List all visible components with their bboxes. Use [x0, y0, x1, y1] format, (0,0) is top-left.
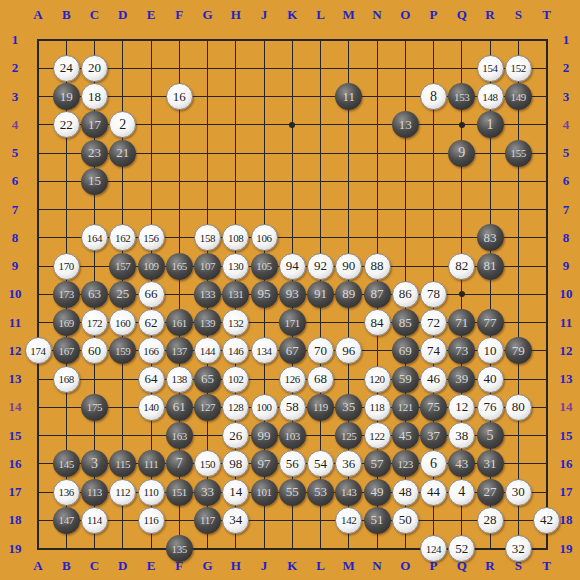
- stone-black-R15: 5: [477, 422, 504, 449]
- coord-bottom-N: N: [364, 558, 390, 574]
- stone-black-N10: 87: [364, 281, 391, 308]
- star-point-Q4: [459, 122, 465, 128]
- stone-white-P3: 8: [420, 83, 447, 110]
- stone-white-Q17: 4: [448, 479, 475, 506]
- stone-white-H9: 130: [222, 253, 249, 280]
- stone-black-F14: 61: [166, 394, 193, 421]
- coord-bottom-L: L: [308, 558, 334, 574]
- stone-white-E12: 166: [138, 337, 165, 364]
- stone-black-B10: 173: [53, 281, 80, 308]
- stone-black-J10: 95: [251, 281, 278, 308]
- stone-white-K14: 58: [279, 394, 306, 421]
- coord-right-3: 3: [553, 89, 579, 105]
- stone-white-C11: 172: [81, 309, 108, 336]
- coord-left-11: 11: [2, 315, 28, 331]
- coord-left-3: 3: [2, 89, 28, 105]
- stone-white-R12: 10: [477, 337, 504, 364]
- coord-bottom-T: T: [534, 558, 560, 574]
- stone-black-C4: 17: [81, 111, 108, 138]
- stone-white-F13: 138: [166, 366, 193, 393]
- stone-black-G9: 107: [194, 253, 221, 280]
- stone-black-E16: 111: [138, 450, 165, 477]
- stone-white-Q15: 38: [448, 422, 475, 449]
- go-board[interactable]: AABBCCDDEEFFGGHHJJKKLLMMNNOOPPQQRRSSTT11…: [0, 0, 580, 580]
- stone-black-M15: 125: [335, 422, 362, 449]
- coord-left-8: 8: [2, 230, 28, 246]
- stone-white-C12: 60: [81, 337, 108, 364]
- stone-black-K10: 93: [279, 281, 306, 308]
- stone-white-B17: 136: [53, 479, 80, 506]
- stone-black-D10: 25: [109, 281, 136, 308]
- stone-black-O4: 13: [392, 111, 419, 138]
- stone-white-N14: 118: [364, 394, 391, 421]
- stone-black-F11: 161: [166, 309, 193, 336]
- coord-left-14: 14: [2, 399, 28, 415]
- stone-white-N15: 122: [364, 422, 391, 449]
- stone-white-G12: 144: [194, 337, 221, 364]
- stone-white-G8: 158: [194, 224, 221, 251]
- coord-left-5: 5: [2, 145, 28, 161]
- stone-black-F9: 165: [166, 253, 193, 280]
- stone-black-J15: 99: [251, 422, 278, 449]
- stone-black-J9: 105: [251, 253, 278, 280]
- stone-white-P19: 124: [420, 535, 447, 562]
- stone-black-R17: 27: [477, 479, 504, 506]
- stone-black-F15: 163: [166, 422, 193, 449]
- stone-white-H17: 14: [222, 479, 249, 506]
- coord-bottom-J: J: [251, 558, 277, 574]
- coord-left-15: 15: [2, 428, 28, 444]
- coord-left-18: 18: [2, 512, 28, 528]
- coord-top-Q: Q: [449, 7, 475, 23]
- stone-black-Q16: 43: [448, 450, 475, 477]
- stone-white-E11: 62: [138, 309, 165, 336]
- stone-black-P14: 75: [420, 394, 447, 421]
- coord-left-6: 6: [2, 173, 28, 189]
- stone-black-M10: 89: [335, 281, 362, 308]
- coord-right-4: 4: [553, 117, 579, 133]
- stone-white-H15: 26: [222, 422, 249, 449]
- coord-top-G: G: [195, 7, 221, 23]
- stone-white-S2: 152: [505, 55, 532, 82]
- coord-left-13: 13: [2, 371, 28, 387]
- stone-black-O11: 85: [392, 309, 419, 336]
- grid-line-vertical: [518, 39, 519, 550]
- stone-white-D11: 160: [109, 309, 136, 336]
- coord-bottom-G: G: [195, 558, 221, 574]
- coord-right-10: 10: [553, 286, 579, 302]
- stone-white-J12: 134: [251, 337, 278, 364]
- stone-white-H11: 132: [222, 309, 249, 336]
- stone-white-A12: 174: [25, 337, 52, 364]
- stone-white-M16: 36: [335, 450, 362, 477]
- stone-black-C10: 63: [81, 281, 108, 308]
- stone-white-O17: 48: [392, 479, 419, 506]
- coord-top-S: S: [505, 7, 531, 23]
- stone-white-M18: 142: [335, 507, 362, 534]
- stone-black-R11: 77: [477, 309, 504, 336]
- stone-white-Q9: 82: [448, 253, 475, 280]
- stone-white-S14: 80: [505, 394, 532, 421]
- coord-left-7: 7: [2, 202, 28, 218]
- stone-black-S3: 149: [505, 83, 532, 110]
- stone-black-D9: 157: [109, 253, 136, 280]
- coord-top-T: T: [534, 7, 560, 23]
- stone-black-N18: 51: [364, 507, 391, 534]
- coord-right-11: 11: [553, 315, 579, 331]
- stone-white-P17: 44: [420, 479, 447, 506]
- coord-right-15: 15: [553, 428, 579, 444]
- stone-white-N9: 88: [364, 253, 391, 280]
- stone-black-Q11: 71: [448, 309, 475, 336]
- stone-white-E14: 140: [138, 394, 165, 421]
- coord-bottom-A: A: [25, 558, 51, 574]
- stone-black-O14: 121: [392, 394, 419, 421]
- stone-black-C5: 23: [81, 140, 108, 167]
- stone-black-L14: 119: [307, 394, 334, 421]
- stone-black-C6: 15: [81, 168, 108, 195]
- stone-black-G18: 117: [194, 507, 221, 534]
- stone-white-N11: 84: [364, 309, 391, 336]
- stone-black-H10: 131: [222, 281, 249, 308]
- stone-black-K11: 171: [279, 309, 306, 336]
- stone-black-R4: 1: [477, 111, 504, 138]
- coord-right-14: 14: [553, 399, 579, 415]
- coord-right-9: 9: [553, 258, 579, 274]
- coord-right-6: 6: [553, 173, 579, 189]
- stone-black-S12: 79: [505, 337, 532, 364]
- coord-top-H: H: [223, 7, 249, 23]
- stone-white-D8: 162: [109, 224, 136, 251]
- stone-black-S5: 155: [505, 140, 532, 167]
- coord-top-K: K: [279, 7, 305, 23]
- stone-white-R13: 40: [477, 366, 504, 393]
- stone-white-T18: 42: [533, 507, 560, 534]
- stone-white-C18: 114: [81, 507, 108, 534]
- stone-white-M12: 96: [335, 337, 362, 364]
- stone-black-C17: 113: [81, 479, 108, 506]
- coord-bottom-H: H: [223, 558, 249, 574]
- coord-right-5: 5: [553, 145, 579, 161]
- stone-black-O16: 123: [392, 450, 419, 477]
- stone-black-J16: 97: [251, 450, 278, 477]
- stone-black-R8: 83: [477, 224, 504, 251]
- coord-top-L: L: [308, 7, 334, 23]
- stone-white-B13: 168: [53, 366, 80, 393]
- stone-white-L16: 54: [307, 450, 334, 477]
- coord-right-7: 7: [553, 202, 579, 218]
- coord-right-2: 2: [553, 60, 579, 76]
- stone-white-M9: 90: [335, 253, 362, 280]
- stone-black-G13: 65: [194, 366, 221, 393]
- stone-black-K17: 55: [279, 479, 306, 506]
- stone-white-L13: 68: [307, 366, 334, 393]
- stone-black-D16: 115: [109, 450, 136, 477]
- stone-white-S19: 32: [505, 535, 532, 562]
- stone-white-K16: 56: [279, 450, 306, 477]
- stone-white-P12: 74: [420, 337, 447, 364]
- coord-right-16: 16: [553, 456, 579, 472]
- stone-black-B11: 169: [53, 309, 80, 336]
- stone-white-C2: 20: [81, 55, 108, 82]
- stone-black-D5: 21: [109, 140, 136, 167]
- coord-top-J: J: [251, 7, 277, 23]
- stone-black-F17: 151: [166, 479, 193, 506]
- coord-top-M: M: [336, 7, 362, 23]
- stone-white-P10: 78: [420, 281, 447, 308]
- coord-right-13: 13: [553, 371, 579, 387]
- stone-white-R2: 154: [477, 55, 504, 82]
- coord-left-19: 19: [2, 541, 28, 557]
- stone-white-E17: 110: [138, 479, 165, 506]
- stone-black-B12: 167: [53, 337, 80, 364]
- coord-top-C: C: [82, 7, 108, 23]
- stone-black-J17: 101: [251, 479, 278, 506]
- stone-white-H16: 98: [222, 450, 249, 477]
- stone-white-B2: 24: [53, 55, 80, 82]
- stone-white-J8: 106: [251, 224, 278, 251]
- stone-black-M3: 11: [335, 83, 362, 110]
- stone-black-M14: 35: [335, 394, 362, 421]
- coord-top-O: O: [392, 7, 418, 23]
- coord-left-2: 2: [2, 60, 28, 76]
- stone-white-C3: 18: [81, 83, 108, 110]
- stone-white-H13: 102: [222, 366, 249, 393]
- stone-black-Q12: 73: [448, 337, 475, 364]
- stone-black-F19: 135: [166, 535, 193, 562]
- stone-black-G10: 133: [194, 281, 221, 308]
- stone-white-E10: 66: [138, 281, 165, 308]
- stone-white-B9: 170: [53, 253, 80, 280]
- coord-bottom-C: C: [82, 558, 108, 574]
- stone-white-P13: 46: [420, 366, 447, 393]
- stone-white-E8: 156: [138, 224, 165, 251]
- coord-left-1: 1: [2, 32, 28, 48]
- stone-white-K9: 94: [279, 253, 306, 280]
- stone-white-H8: 108: [222, 224, 249, 251]
- stone-white-L12: 70: [307, 337, 334, 364]
- stone-black-G17: 33: [194, 479, 221, 506]
- coord-top-F: F: [166, 7, 192, 23]
- stone-black-B18: 147: [53, 507, 80, 534]
- stone-white-J14: 100: [251, 394, 278, 421]
- stone-black-Q5: 9: [448, 140, 475, 167]
- star-point-K4: [289, 122, 295, 128]
- stone-black-K15: 103: [279, 422, 306, 449]
- stone-white-D17: 112: [109, 479, 136, 506]
- stone-black-L17: 53: [307, 479, 334, 506]
- stone-black-K12: 67: [279, 337, 306, 364]
- coord-top-R: R: [477, 7, 503, 23]
- stone-white-H12: 146: [222, 337, 249, 364]
- coord-top-B: B: [53, 7, 79, 23]
- coord-right-8: 8: [553, 230, 579, 246]
- coord-top-D: D: [110, 7, 136, 23]
- stone-black-Q3: 153: [448, 83, 475, 110]
- stone-black-B3: 19: [53, 83, 80, 110]
- coord-right-1: 1: [553, 32, 579, 48]
- coord-right-19: 19: [553, 541, 579, 557]
- coord-top-N: N: [364, 7, 390, 23]
- stone-white-H18: 34: [222, 507, 249, 534]
- stone-black-F16: 7: [166, 450, 193, 477]
- stone-white-N13: 120: [364, 366, 391, 393]
- stone-white-R3: 148: [477, 83, 504, 110]
- stone-white-E18: 116: [138, 507, 165, 534]
- coord-bottom-O: O: [392, 558, 418, 574]
- coord-left-17: 17: [2, 484, 28, 500]
- stone-white-G16: 150: [194, 450, 221, 477]
- grid-line-vertical: [546, 39, 548, 550]
- stone-white-P16: 6: [420, 450, 447, 477]
- coord-right-12: 12: [553, 343, 579, 359]
- coord-right-17: 17: [553, 484, 579, 500]
- stone-white-Q14: 12: [448, 394, 475, 421]
- stone-white-O10: 86: [392, 281, 419, 308]
- coord-left-16: 16: [2, 456, 28, 472]
- stone-white-R14: 76: [477, 394, 504, 421]
- stone-black-G11: 139: [194, 309, 221, 336]
- stone-black-B16: 145: [53, 450, 80, 477]
- coord-bottom-K: K: [279, 558, 305, 574]
- stone-black-D12: 159: [109, 337, 136, 364]
- coord-bottom-M: M: [336, 558, 362, 574]
- stone-black-R16: 31: [477, 450, 504, 477]
- grid-line-horizontal: [37, 520, 548, 521]
- stone-black-C14: 175: [81, 394, 108, 421]
- stone-black-C16: 3: [81, 450, 108, 477]
- stone-white-E13: 64: [138, 366, 165, 393]
- stone-black-N17: 49: [364, 479, 391, 506]
- stone-black-F12: 137: [166, 337, 193, 364]
- coord-bottom-E: E: [138, 558, 164, 574]
- stone-white-H14: 128: [222, 394, 249, 421]
- stone-white-C8: 164: [81, 224, 108, 251]
- stone-black-O13: 59: [392, 366, 419, 393]
- coord-left-4: 4: [2, 117, 28, 133]
- coord-top-A: A: [25, 7, 51, 23]
- stone-black-O15: 45: [392, 422, 419, 449]
- stone-white-F3: 16: [166, 83, 193, 110]
- star-point-Q10: [459, 291, 465, 297]
- stone-black-Q13: 39: [448, 366, 475, 393]
- stone-white-K13: 126: [279, 366, 306, 393]
- coord-bottom-R: R: [477, 558, 503, 574]
- stone-white-B4: 22: [53, 111, 80, 138]
- stone-black-M17: 143: [335, 479, 362, 506]
- stone-white-S17: 30: [505, 479, 532, 506]
- coord-top-P: P: [421, 7, 447, 23]
- coord-top-E: E: [138, 7, 164, 23]
- stone-black-P15: 37: [420, 422, 447, 449]
- coord-left-10: 10: [2, 286, 28, 302]
- stone-white-O18: 50: [392, 507, 419, 534]
- stone-white-P11: 72: [420, 309, 447, 336]
- stone-white-D4: 2: [109, 111, 136, 138]
- stone-black-G14: 127: [194, 394, 221, 421]
- stone-black-O12: 69: [392, 337, 419, 364]
- coord-bottom-D: D: [110, 558, 136, 574]
- coord-bottom-B: B: [53, 558, 79, 574]
- stone-black-L10: 91: [307, 281, 334, 308]
- stone-black-R9: 81: [477, 253, 504, 280]
- stone-white-R18: 28: [477, 507, 504, 534]
- stone-white-L9: 92: [307, 253, 334, 280]
- coord-left-9: 9: [2, 258, 28, 274]
- stone-black-E9: 109: [138, 253, 165, 280]
- stone-black-N16: 57: [364, 450, 391, 477]
